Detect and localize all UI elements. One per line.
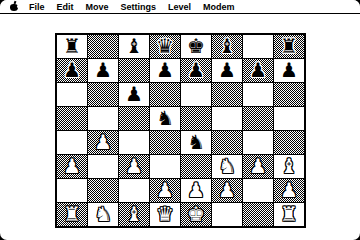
square-d6[interactable] bbox=[150, 83, 180, 106]
square-d4[interactable] bbox=[150, 131, 180, 154]
square-g4[interactable] bbox=[243, 131, 273, 154]
piece-white-pawn[interactable]: ♟ bbox=[218, 179, 236, 202]
piece-black-knight[interactable]: ♞ bbox=[156, 107, 174, 130]
piece-black-pawn[interactable]: ♟ bbox=[125, 83, 143, 106]
square-c8[interactable]: ♝ bbox=[119, 35, 149, 58]
piece-black-rook[interactable]: ♜ bbox=[280, 35, 298, 58]
square-h6[interactable] bbox=[274, 83, 304, 106]
apple-body bbox=[10, 4, 18, 11]
square-f7[interactable]: ♟ bbox=[212, 59, 242, 82]
menu-modem[interactable]: Modem bbox=[203, 2, 235, 12]
piece-black-pawn[interactable]: ♟ bbox=[187, 59, 205, 82]
menu-bar: File Edit Move Settings Level Modem bbox=[0, 0, 360, 14]
square-g2[interactable] bbox=[243, 179, 273, 202]
square-e4[interactable]: ♞ bbox=[181, 131, 211, 154]
square-e5[interactable] bbox=[181, 107, 211, 130]
piece-white-pawn[interactable]: ♟ bbox=[249, 155, 267, 178]
piece-black-pawn[interactable]: ♟ bbox=[156, 59, 174, 82]
square-h4[interactable] bbox=[274, 131, 304, 154]
piece-black-king[interactable]: ♚ bbox=[187, 35, 205, 58]
square-f3[interactable]: ♞ bbox=[212, 155, 242, 178]
square-a3[interactable]: ♟ bbox=[57, 155, 87, 178]
square-c7[interactable] bbox=[119, 59, 149, 82]
square-h5[interactable] bbox=[274, 107, 304, 130]
square-g6[interactable] bbox=[243, 83, 273, 106]
square-a2[interactable] bbox=[57, 179, 87, 202]
apple-menu-icon[interactable] bbox=[10, 2, 18, 11]
square-c1[interactable]: ♝ bbox=[119, 203, 149, 226]
square-c4[interactable] bbox=[119, 131, 149, 154]
piece-black-pawn[interactable]: ♟ bbox=[94, 59, 112, 82]
square-e2[interactable]: ♟ bbox=[181, 179, 211, 202]
square-g5[interactable] bbox=[243, 107, 273, 130]
square-e8[interactable]: ♚ bbox=[181, 35, 211, 58]
square-e3[interactable] bbox=[181, 155, 211, 178]
piece-white-pawn[interactable]: ♟ bbox=[280, 179, 298, 202]
piece-white-knight[interactable]: ♞ bbox=[94, 203, 112, 226]
piece-white-pawn[interactable]: ♟ bbox=[125, 155, 143, 178]
menu-file[interactable]: File bbox=[29, 2, 45, 12]
piece-white-knight[interactable]: ♞ bbox=[218, 155, 236, 178]
square-d7[interactable]: ♟ bbox=[150, 59, 180, 82]
piece-white-rook[interactable]: ♜ bbox=[63, 203, 81, 226]
square-b7[interactable]: ♟ bbox=[88, 59, 118, 82]
piece-white-pawn[interactable]: ♟ bbox=[156, 179, 174, 202]
square-b3[interactable] bbox=[88, 155, 118, 178]
piece-white-king[interactable]: ♚ bbox=[187, 203, 205, 226]
square-b4[interactable]: ♟ bbox=[88, 131, 118, 154]
piece-white-queen[interactable]: ♛ bbox=[156, 203, 174, 226]
piece-black-bishop[interactable]: ♝ bbox=[218, 35, 236, 58]
square-e1[interactable]: ♚ bbox=[181, 203, 211, 226]
square-h3[interactable]: ♝ bbox=[274, 155, 304, 178]
square-h2[interactable]: ♟ bbox=[274, 179, 304, 202]
square-g8[interactable] bbox=[243, 35, 273, 58]
mac-screen: File Edit Move Settings Level Modem ♜♝♛♚… bbox=[0, 0, 360, 240]
square-d5[interactable]: ♞ bbox=[150, 107, 180, 130]
piece-white-rook[interactable]: ♜ bbox=[280, 203, 298, 226]
square-d1[interactable]: ♛ bbox=[150, 203, 180, 226]
square-f4[interactable] bbox=[212, 131, 242, 154]
square-d2[interactable]: ♟ bbox=[150, 179, 180, 202]
square-a7[interactable]: ♟ bbox=[57, 59, 87, 82]
square-e7[interactable]: ♟ bbox=[181, 59, 211, 82]
piece-black-knight[interactable]: ♞ bbox=[187, 131, 205, 154]
square-a4[interactable] bbox=[57, 131, 87, 154]
square-h1[interactable]: ♜ bbox=[274, 203, 304, 226]
piece-black-pawn[interactable]: ♟ bbox=[218, 59, 236, 82]
piece-black-pawn[interactable]: ♟ bbox=[249, 59, 267, 82]
square-e6[interactable] bbox=[181, 83, 211, 106]
square-f2[interactable]: ♟ bbox=[212, 179, 242, 202]
square-g3[interactable]: ♟ bbox=[243, 155, 273, 178]
menu-level[interactable]: Level bbox=[168, 2, 191, 12]
square-f1[interactable] bbox=[212, 203, 242, 226]
menu-edit[interactable]: Edit bbox=[57, 2, 74, 12]
piece-black-rook[interactable]: ♜ bbox=[63, 35, 81, 58]
square-h8[interactable]: ♜ bbox=[274, 35, 304, 58]
piece-black-bishop[interactable]: ♝ bbox=[125, 35, 143, 58]
square-f6[interactable] bbox=[212, 83, 242, 106]
square-h7[interactable]: ♟ bbox=[274, 59, 304, 82]
square-d8[interactable]: ♛ bbox=[150, 35, 180, 58]
piece-black-pawn[interactable]: ♟ bbox=[280, 59, 298, 82]
piece-white-pawn[interactable]: ♟ bbox=[63, 155, 81, 178]
square-b5[interactable] bbox=[88, 107, 118, 130]
square-b1[interactable]: ♞ bbox=[88, 203, 118, 226]
piece-white-pawn[interactable]: ♟ bbox=[187, 179, 205, 202]
square-c6[interactable]: ♟ bbox=[119, 83, 149, 106]
menu-move[interactable]: Move bbox=[86, 2, 109, 12]
square-a8[interactable]: ♜ bbox=[57, 35, 87, 58]
square-b6[interactable] bbox=[88, 83, 118, 106]
square-f8[interactable]: ♝ bbox=[212, 35, 242, 58]
square-a1[interactable]: ♜ bbox=[57, 203, 87, 226]
square-c5[interactable] bbox=[119, 107, 149, 130]
square-f5[interactable] bbox=[212, 107, 242, 130]
square-c2[interactable] bbox=[119, 179, 149, 202]
menu-settings[interactable]: Settings bbox=[121, 2, 157, 12]
square-a5[interactable] bbox=[57, 107, 87, 130]
chess-board: ♜♝♛♚♝♜♟♟♟♟♟♟♟♟♞♟♞♟♟♞♟♝♟♟♟♟♜♞♝♛♚♜ bbox=[55, 33, 306, 228]
piece-white-bishop[interactable]: ♝ bbox=[280, 155, 298, 178]
square-d3[interactable] bbox=[150, 155, 180, 178]
square-b8[interactable] bbox=[88, 35, 118, 58]
square-c3[interactable]: ♟ bbox=[119, 155, 149, 178]
square-g1[interactable] bbox=[243, 203, 273, 226]
piece-black-pawn[interactable]: ♟ bbox=[63, 59, 81, 82]
square-a6[interactable] bbox=[57, 83, 87, 106]
piece-white-pawn[interactable]: ♟ bbox=[94, 131, 112, 154]
square-b2[interactable] bbox=[88, 179, 118, 202]
piece-black-queen[interactable]: ♛ bbox=[156, 35, 174, 58]
square-g7[interactable]: ♟ bbox=[243, 59, 273, 82]
piece-white-bishop[interactable]: ♝ bbox=[125, 203, 143, 226]
